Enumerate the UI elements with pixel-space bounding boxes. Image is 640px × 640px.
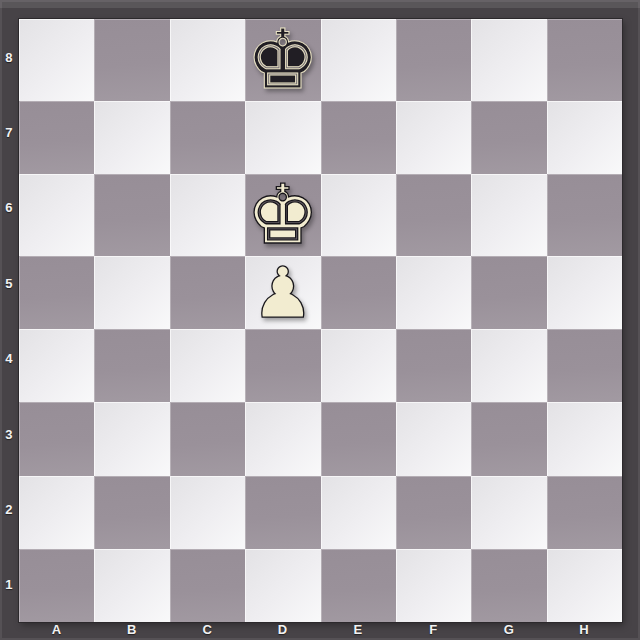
- square-h8[interactable]: [547, 19, 622, 101]
- square-h2[interactable]: [547, 476, 622, 549]
- square-a6[interactable]: [19, 174, 94, 256]
- square-c2[interactable]: [170, 476, 245, 549]
- square-e2[interactable]: [321, 476, 396, 549]
- square-e4[interactable]: [321, 329, 396, 402]
- square-h6[interactable]: [547, 174, 622, 256]
- square-b8[interactable]: [94, 19, 169, 101]
- rank-label-8: 8: [5, 49, 13, 64]
- square-h5[interactable]: [547, 256, 622, 329]
- square-g1[interactable]: [471, 549, 546, 622]
- square-a1[interactable]: [19, 549, 94, 622]
- white-pawn[interactable]: ♟: [251, 258, 314, 328]
- square-g7[interactable]: [471, 101, 546, 174]
- rank-label-2: 2: [5, 501, 13, 516]
- square-c6[interactable]: [170, 174, 245, 256]
- rank-label-6: 6: [5, 200, 13, 215]
- square-a8[interactable]: [19, 19, 94, 101]
- file-label-a: A: [52, 622, 62, 637]
- white-king[interactable]: ♚: [246, 174, 320, 256]
- frame-highlight: [0, 0, 640, 8]
- file-label-c: C: [202, 622, 212, 637]
- square-c5[interactable]: [170, 256, 245, 329]
- square-c8[interactable]: [170, 19, 245, 101]
- rank-label-3: 3: [5, 426, 13, 441]
- square-f6[interactable]: [396, 174, 471, 256]
- square-e7[interactable]: [321, 101, 396, 174]
- square-g4[interactable]: [471, 329, 546, 402]
- file-label-g: G: [504, 622, 515, 637]
- square-d8[interactable]: ♚: [245, 19, 320, 101]
- square-e5[interactable]: [321, 256, 396, 329]
- square-d6[interactable]: ♚: [245, 174, 320, 256]
- square-c3[interactable]: [170, 402, 245, 475]
- square-d4[interactable]: [245, 329, 320, 402]
- square-c7[interactable]: [170, 101, 245, 174]
- square-f4[interactable]: [396, 329, 471, 402]
- square-b1[interactable]: [94, 549, 169, 622]
- square-a4[interactable]: [19, 329, 94, 402]
- square-b4[interactable]: [94, 329, 169, 402]
- square-d2[interactable]: [245, 476, 320, 549]
- square-c4[interactable]: [170, 329, 245, 402]
- square-f7[interactable]: [396, 101, 471, 174]
- square-a7[interactable]: [19, 101, 94, 174]
- square-b3[interactable]: [94, 402, 169, 475]
- file-label-e: E: [354, 622, 363, 637]
- square-g2[interactable]: [471, 476, 546, 549]
- chess-board: ♚♚♟: [19, 19, 622, 622]
- rank-label-1: 1: [5, 577, 13, 592]
- square-g6[interactable]: [471, 174, 546, 256]
- square-g5[interactable]: [471, 256, 546, 329]
- square-b7[interactable]: [94, 101, 169, 174]
- square-a5[interactable]: [19, 256, 94, 329]
- square-h3[interactable]: [547, 402, 622, 475]
- square-f1[interactable]: [396, 549, 471, 622]
- square-e8[interactable]: [321, 19, 396, 101]
- square-e1[interactable]: [321, 549, 396, 622]
- square-d1[interactable]: [245, 549, 320, 622]
- square-g3[interactable]: [471, 402, 546, 475]
- file-label-h: H: [579, 622, 589, 637]
- square-b5[interactable]: [94, 256, 169, 329]
- file-label-d: D: [278, 622, 288, 637]
- square-c1[interactable]: [170, 549, 245, 622]
- rank-label-4: 4: [5, 351, 13, 366]
- square-f5[interactable]: [396, 256, 471, 329]
- file-label-b: B: [127, 622, 137, 637]
- square-h7[interactable]: [547, 101, 622, 174]
- square-d7[interactable]: [245, 101, 320, 174]
- square-e3[interactable]: [321, 402, 396, 475]
- square-e6[interactable]: [321, 174, 396, 256]
- square-f2[interactable]: [396, 476, 471, 549]
- rank-label-5: 5: [5, 275, 13, 290]
- square-b6[interactable]: [94, 174, 169, 256]
- square-a2[interactable]: [19, 476, 94, 549]
- square-h4[interactable]: [547, 329, 622, 402]
- file-label-f: F: [429, 622, 437, 637]
- square-h1[interactable]: [547, 549, 622, 622]
- square-a3[interactable]: [19, 402, 94, 475]
- square-d3[interactable]: [245, 402, 320, 475]
- square-f8[interactable]: [396, 19, 471, 101]
- black-king[interactable]: ♚: [246, 19, 320, 101]
- square-f3[interactable]: [396, 402, 471, 475]
- rank-label-7: 7: [5, 125, 13, 140]
- square-b2[interactable]: [94, 476, 169, 549]
- chess-board-frame: ♚♚♟ 8A7B6C5D4E3F2G1H: [0, 0, 640, 640]
- square-d5[interactable]: ♟: [245, 256, 320, 329]
- square-g8[interactable]: [471, 19, 546, 101]
